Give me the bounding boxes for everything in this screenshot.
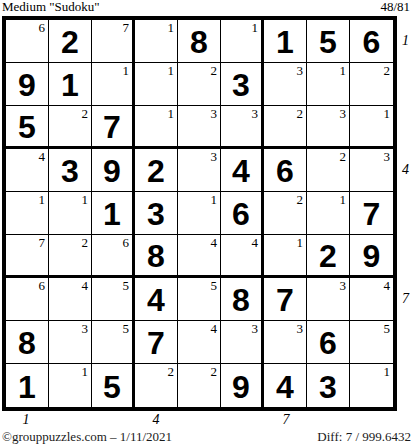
cell-r2c6[interactable]: 3: [221, 63, 264, 106]
pencil-mark: 4: [39, 149, 46, 164]
given-digit: 6: [276, 155, 294, 187]
pencil-mark: 3: [211, 149, 218, 164]
cell-r5c5[interactable]: 1: [178, 192, 221, 235]
pencil-mark: 2: [297, 192, 304, 207]
pencil-mark: 4: [211, 235, 218, 250]
cell-r8c1[interactable]: 8: [6, 321, 49, 364]
cell-r4c1[interactable]: 4: [6, 149, 49, 192]
cell-r6c1[interactable]: 7: [6, 235, 49, 278]
given-digit: 9: [18, 69, 36, 101]
cell-r6c7[interactable]: 1: [264, 235, 307, 278]
given-digit: 8: [232, 284, 250, 316]
pencil-mark: 2: [340, 149, 347, 164]
cell-r7c8[interactable]: 3: [307, 278, 350, 321]
cell-r9c1[interactable]: 1: [6, 364, 49, 407]
cell-r2c8[interactable]: 1: [307, 63, 350, 106]
cell-r3c8[interactable]: 3: [307, 106, 350, 149]
cell-r4c7[interactable]: 6: [264, 149, 307, 192]
given-digit: 3: [61, 155, 79, 187]
given-digit: 3: [319, 371, 337, 403]
cell-r5c7[interactable]: 2: [264, 192, 307, 235]
cell-r1c8[interactable]: 5: [307, 20, 350, 63]
pencil-mark: 1: [82, 364, 89, 379]
cell-r8c7[interactable]: 3: [264, 321, 307, 364]
row-label-1: 1: [402, 33, 409, 49]
pencil-mark: 2: [211, 364, 218, 379]
pencil-mark: 4: [252, 235, 259, 250]
pencil-mark: 7: [39, 235, 46, 250]
given-digit: 2: [147, 155, 165, 187]
pencil-mark: 5: [384, 321, 391, 336]
pencil-mark: 1: [82, 192, 89, 207]
cell-r5c6[interactable]: 6: [221, 192, 264, 235]
pencil-mark: 1: [168, 106, 175, 121]
pencil-mark: 3: [211, 106, 218, 121]
cell-r2c1[interactable]: 9: [6, 63, 49, 106]
given-digit: 7: [103, 111, 121, 143]
given-digit: 8: [190, 26, 208, 58]
col-label-4: 4: [153, 412, 160, 428]
given-digit: 4: [147, 284, 165, 316]
cell-r1c4[interactable]: 1: [135, 20, 178, 63]
cell-r8c5[interactable]: 4: [178, 321, 221, 364]
pencil-mark: 1: [384, 106, 391, 121]
cell-r4c2[interactable]: 3: [49, 149, 92, 192]
difficulty-text: Diff: 7 / 999.6432: [317, 430, 411, 444]
pencil-mark: 2: [82, 106, 89, 121]
cell-r6c4[interactable]: 8: [135, 235, 178, 278]
given-digit: 8: [18, 327, 36, 359]
cell-r5c2[interactable]: 1: [49, 192, 92, 235]
cell-r3c6[interactable]: 3: [221, 106, 264, 149]
pencil-mark: 4: [384, 278, 391, 293]
pencil-mark: 3: [252, 321, 259, 336]
given-digit: 1: [103, 198, 121, 230]
given-digit: 5: [103, 371, 121, 403]
given-digit: 5: [319, 26, 337, 58]
cell-r7c6[interactable]: 8: [221, 278, 264, 321]
cell-r7c4[interactable]: 4: [135, 278, 178, 321]
cell-r8c9[interactable]: 5: [350, 321, 393, 364]
pencil-mark: 5: [123, 321, 130, 336]
pencil-mark: 1: [340, 63, 347, 78]
pencil-mark: 1: [340, 192, 347, 207]
cell-r1c3[interactable]: 7: [92, 20, 135, 63]
given-digit: 6: [363, 26, 381, 58]
given-digit: 3: [147, 198, 165, 230]
pencil-mark: 3: [82, 321, 89, 336]
given-digit: 9: [363, 240, 381, 272]
cell-r3c7[interactable]: 2: [264, 106, 307, 149]
given-digit: 1: [276, 26, 294, 58]
given-digit: 1: [61, 69, 79, 101]
cell-r2c4[interactable]: 1: [135, 63, 178, 106]
pencil-mark: 1: [384, 364, 391, 379]
pencil-mark: 6: [39, 20, 46, 35]
cell-r5c9[interactable]: 7: [350, 192, 393, 235]
pencil-mark: 1: [123, 63, 130, 78]
fill-counter: 48/81: [380, 0, 410, 14]
cell-r4c4[interactable]: 2: [135, 149, 178, 192]
cell-r2c9[interactable]: 2: [350, 63, 393, 106]
cell-r7c7[interactable]: 7: [264, 278, 307, 321]
pencil-mark: 3: [384, 149, 391, 164]
cell-r8c2[interactable]: 3: [49, 321, 92, 364]
cell-r2c3[interactable]: 1: [92, 63, 135, 106]
cell-r9c4[interactable]: 2: [135, 364, 178, 407]
cell-r1c1[interactable]: 6: [6, 20, 49, 63]
pencil-mark: 1: [168, 20, 175, 35]
copyright-text: ©grouppuzzles.com – 1/11/2021: [2, 430, 172, 444]
cell-r8c4[interactable]: 7: [135, 321, 178, 364]
cell-r8c8[interactable]: 6: [307, 321, 350, 364]
given-digit: 5: [18, 111, 36, 143]
cell-r6c9[interactable]: 9: [350, 235, 393, 278]
footer: ©grouppuzzles.com – 1/11/2021 Diff: 7 / …: [2, 430, 411, 444]
cell-r4c5[interactable]: 3: [178, 149, 221, 192]
cell-r6c8[interactable]: 2: [307, 235, 350, 278]
cell-r7c1[interactable]: 6: [6, 278, 49, 321]
pencil-mark: 3: [297, 63, 304, 78]
cell-r2c7[interactable]: 3: [264, 63, 307, 106]
cell-r1c2[interactable]: 2: [49, 20, 92, 63]
cell-r7c9[interactable]: 4: [350, 278, 393, 321]
row-label-4: 4: [402, 162, 409, 178]
given-digit: 2: [319, 240, 337, 272]
given-digit: 8: [147, 240, 165, 272]
given-digit: 4: [232, 155, 250, 187]
given-digit: 4: [276, 371, 294, 403]
pencil-mark: 1: [168, 63, 175, 78]
pencil-mark: 5: [211, 278, 218, 293]
cell-r9c5[interactable]: 2: [178, 364, 221, 407]
pencil-mark: 6: [123, 235, 130, 250]
sudoku-board: 6271811569111233125271332314392346231113…: [2, 16, 397, 411]
header: Medium "Sudoku" 48/81: [2, 0, 410, 14]
pencil-mark: 2: [384, 63, 391, 78]
cell-r2c5[interactable]: 2: [178, 63, 221, 106]
cell-r6c5[interactable]: 4: [178, 235, 221, 278]
cell-r1c6[interactable]: 1: [221, 20, 264, 63]
cell-r9c7[interactable]: 4: [264, 364, 307, 407]
cell-r3c9[interactable]: 1: [350, 106, 393, 149]
pencil-mark: 3: [340, 278, 347, 293]
cell-r7c5[interactable]: 5: [178, 278, 221, 321]
given-digit: 7: [147, 327, 165, 359]
pencil-mark: 7: [123, 20, 130, 35]
given-digit: 3: [232, 69, 250, 101]
cell-r6c3[interactable]: 6: [92, 235, 135, 278]
cell-r4c6[interactable]: 4: [221, 149, 264, 192]
pencil-mark: 4: [82, 278, 89, 293]
cell-r5c8[interactable]: 1: [307, 192, 350, 235]
cell-r1c7[interactable]: 1: [264, 20, 307, 63]
cell-r5c4[interactable]: 3: [135, 192, 178, 235]
given-digit: 6: [319, 327, 337, 359]
cell-r3c3[interactable]: 7: [92, 106, 135, 149]
cell-r9c8[interactable]: 3: [307, 364, 350, 407]
page-title: Medium "Sudoku": [2, 0, 100, 14]
cell-r9c9[interactable]: 1: [350, 364, 393, 407]
pencil-mark: 3: [340, 106, 347, 121]
col-label-7: 7: [283, 412, 290, 428]
cell-r6c2[interactable]: 2: [49, 235, 92, 278]
cell-r5c1[interactable]: 1: [6, 192, 49, 235]
pencil-mark: 6: [39, 278, 46, 293]
pencil-mark: 1: [39, 192, 46, 207]
cell-r2c2[interactable]: 1: [49, 63, 92, 106]
pencil-mark: 2: [211, 63, 218, 78]
pencil-mark: 1: [252, 20, 259, 35]
pencil-mark: 2: [297, 106, 304, 121]
cell-r9c3[interactable]: 5: [92, 364, 135, 407]
given-digit: 7: [276, 284, 294, 316]
given-digit: 7: [363, 198, 381, 230]
pencil-mark: 5: [123, 278, 130, 293]
given-digit: 9: [103, 155, 121, 187]
cell-r7c2[interactable]: 4: [49, 278, 92, 321]
pencil-mark: 2: [168, 364, 175, 379]
given-digit: 6: [232, 198, 250, 230]
pencil-mark: 2: [82, 235, 89, 250]
row-label-7: 7: [402, 291, 409, 307]
cell-r4c3[interactable]: 9: [92, 149, 135, 192]
cell-r1c5[interactable]: 8: [178, 20, 221, 63]
cell-r8c3[interactable]: 5: [92, 321, 135, 364]
given-digit: 2: [61, 26, 79, 58]
cell-r9c6[interactable]: 9: [221, 364, 264, 407]
pencil-mark: 1: [297, 235, 304, 250]
cell-r3c2[interactable]: 2: [49, 106, 92, 149]
cell-r8c6[interactable]: 3: [221, 321, 264, 364]
cell-r6c6[interactable]: 4: [221, 235, 264, 278]
cell-r4c8[interactable]: 2: [307, 149, 350, 192]
cell-r3c1[interactable]: 5: [6, 106, 49, 149]
pencil-mark: 3: [252, 106, 259, 121]
cell-r3c5[interactable]: 3: [178, 106, 221, 149]
pencil-mark: 1: [211, 192, 218, 207]
cell-r9c2[interactable]: 1: [49, 364, 92, 407]
col-label-1: 1: [23, 412, 30, 428]
given-digit: 9: [232, 371, 250, 403]
pencil-mark: 4: [211, 321, 218, 336]
sudoku-page: Medium "Sudoku" 48/81 627181156911123312…: [0, 0, 412, 445]
cell-r4c9[interactable]: 3: [350, 149, 393, 192]
cell-r7c3[interactable]: 5: [92, 278, 135, 321]
given-digit: 1: [18, 371, 36, 403]
cell-r5c3[interactable]: 1: [92, 192, 135, 235]
cell-r3c4[interactable]: 1: [135, 106, 178, 149]
pencil-mark: 3: [297, 321, 304, 336]
cell-r1c9[interactable]: 6: [350, 20, 393, 63]
